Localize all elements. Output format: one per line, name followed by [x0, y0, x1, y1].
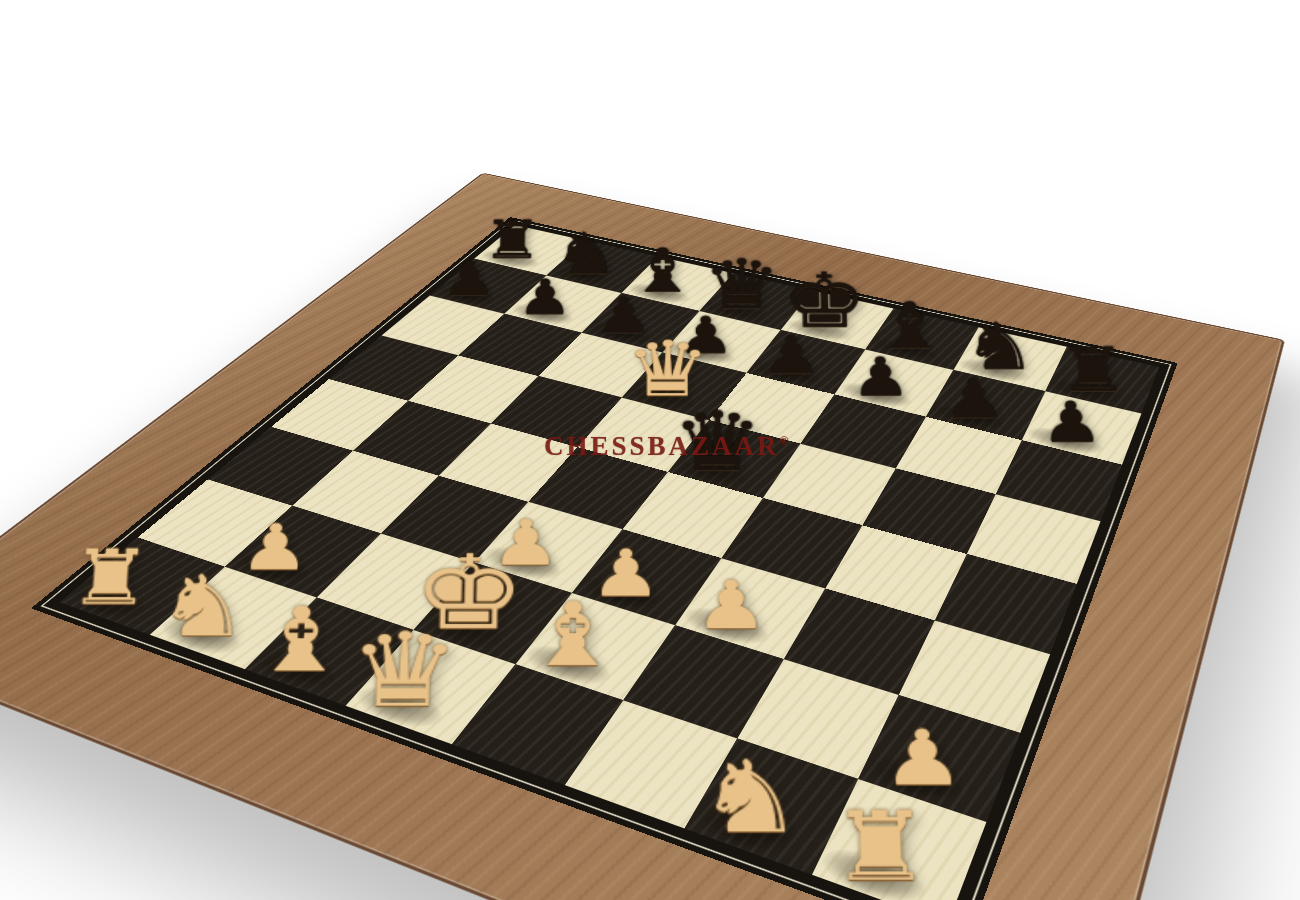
chessbazaar-watermark: CHESSBAZAAR® — [544, 431, 789, 462]
white-rook[interactable]: ♜ — [809, 799, 952, 895]
registered-trademark-icon: ® — [780, 434, 789, 448]
white-knight[interactable]: ♞ — [682, 747, 820, 847]
black-pawn[interactable]: ♟ — [426, 256, 513, 303]
product-photo-canvas: ♜♞♝♛♚♝♞♜♟♟♟♟♟♟♟♟♛♛♟♟♟♟♚♝♟♜♞♝♛♞♜ CHESSBAZ… — [0, 0, 1300, 900]
board-tilt-wrapper: ♜♞♝♛♚♝♞♜♟♟♟♟♟♟♟♟♛♛♟♟♟♟♚♝♟♜♞♝♛♞♜ — [0, 173, 1285, 900]
black-pawn[interactable]: ♟ — [745, 330, 839, 382]
board-pinstripe-border: ♜♞♝♛♚♝♞♜♟♟♟♟♟♟♟♟♛♛♟♟♟♟♚♝♟♜♞♝♛♞♜ — [31, 217, 1177, 900]
black-pawn[interactable]: ♟ — [833, 350, 930, 403]
white-pawn[interactable]: ♟ — [856, 720, 990, 796]
square-g4[interactable] — [825, 525, 967, 620]
white-bishop[interactable]: ♝ — [511, 591, 633, 679]
watermark-text: CHESSBAZAAR — [544, 431, 780, 461]
black-pawn[interactable]: ♟ — [501, 273, 590, 321]
white-queen[interactable]: ♛ — [340, 619, 468, 722]
chess-board: ♜♞♝♛♚♝♞♜♟♟♟♟♟♟♟♟♛♛♟♟♟♟♚♝♟♜♞♝♛♞♜ — [60, 225, 1159, 900]
white-pawn[interactable]: ♟ — [672, 572, 790, 639]
square-h1[interactable]: ♜ — [812, 779, 986, 900]
walnut-board-frame: ♜♞♝♛♚♝♞♜♟♟♟♟♟♟♟♟♛♛♟♟♟♟♚♝♟♜♞♝♛♞♜ — [0, 173, 1285, 900]
black-pawn[interactable]: ♟ — [925, 372, 1025, 426]
black-pawn[interactable]: ♟ — [1021, 394, 1124, 450]
